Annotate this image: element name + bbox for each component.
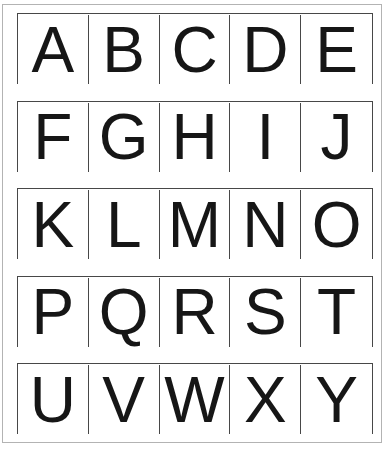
letter-cell: J — [301, 103, 372, 172]
letter-cell: N — [230, 190, 301, 259]
letter-cell: T — [301, 278, 372, 347]
letter-cell: E — [301, 15, 372, 84]
letter-cell: W — [160, 365, 231, 434]
letter-row: PQRST — [17, 276, 373, 347]
letter-cell: C — [160, 15, 231, 84]
letter-cell: L — [89, 190, 160, 259]
letter-row: ABCDE — [17, 13, 373, 84]
alphabet-grid: ABCDEFGHIJKLMNOPQRSTUVWXY — [17, 13, 373, 434]
letter-cell: B — [89, 15, 160, 84]
letter-row: KLMNO — [17, 188, 373, 259]
letter-cell: D — [230, 15, 301, 84]
letter-cell: K — [18, 190, 89, 259]
letter-cell: G — [89, 103, 160, 172]
letter-cell: S — [230, 278, 301, 347]
alphabet-chart-page: ABCDEFGHIJKLMNOPQRSTUVWXY — [0, 0, 390, 450]
letter-cell: M — [160, 190, 231, 259]
letter-cell: I — [230, 103, 301, 172]
letter-cell: V — [89, 365, 160, 434]
letter-cell: Y — [301, 365, 372, 434]
letter-cell: X — [230, 365, 301, 434]
letter-cell: F — [18, 103, 89, 172]
letter-cell: O — [301, 190, 372, 259]
letter-row: FGHIJ — [17, 101, 373, 172]
letter-row: UVWXY — [17, 363, 373, 434]
letter-cell: P — [18, 278, 89, 347]
letter-cell: R — [160, 278, 231, 347]
letter-cell: A — [18, 15, 89, 84]
letter-cell: H — [160, 103, 231, 172]
letter-cell: U — [18, 365, 89, 434]
letter-cell: Q — [89, 278, 160, 347]
